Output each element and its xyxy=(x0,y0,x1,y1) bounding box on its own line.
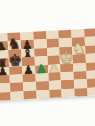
square-e1 xyxy=(49,89,62,98)
square-g1 xyxy=(75,88,88,97)
chess-board: ♟♞♟♝♞♜♚♚♟♟♟♟ xyxy=(0,28,95,100)
square-c1 xyxy=(23,90,36,99)
square-d1 xyxy=(36,90,49,99)
chess-photo: ♟♞♟♝♞♜♚♚♟♟♟♟ xyxy=(0,0,95,126)
square-f1 xyxy=(62,88,75,97)
square-h1 xyxy=(87,87,95,96)
square-b1 xyxy=(10,91,23,100)
square-a1 xyxy=(0,92,11,101)
